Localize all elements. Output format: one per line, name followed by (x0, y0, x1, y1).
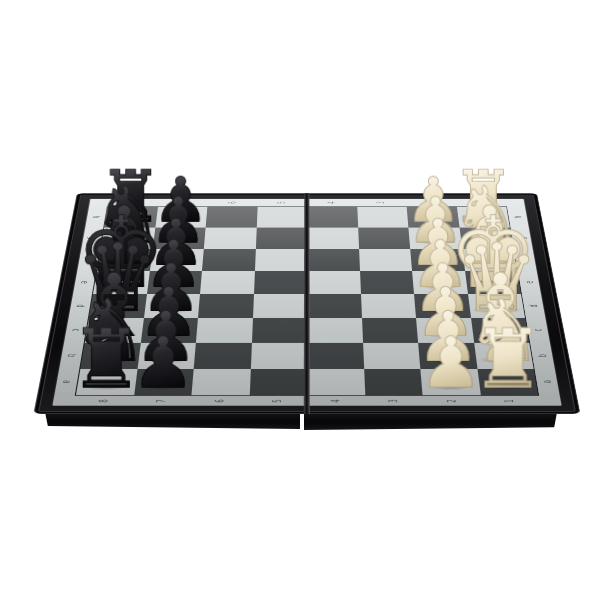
piece-shadow (484, 382, 532, 390)
piece-shadow (471, 306, 523, 313)
piece-shadow (415, 217, 451, 223)
piece-shadow (476, 331, 525, 338)
black-pawn-c7: ♟ (122, 191, 215, 336)
piece-shadow (149, 331, 189, 338)
piece-shadow (425, 331, 465, 338)
black-pawn-f7: ♟ (132, 128, 220, 265)
white-bishop-f1: ♝ (446, 128, 534, 265)
piece-shadow (467, 260, 513, 267)
piece-shadow (427, 356, 468, 364)
piece-shadow (143, 382, 185, 390)
piece-shadow (152, 306, 191, 313)
black-bishop-f8: ♝ (80, 128, 168, 265)
piece-shadow (89, 331, 138, 338)
white-pawn-c2: ♟ (399, 191, 492, 336)
white-bishop-c1: ♝ (454, 191, 547, 336)
pieces-layer: ♜♟♟♜♞♟♟♞♝♟♟♝♚♟♟♚♛♟♟♛♝♟♟♝♞♟♟♞♜♟♟♜ (33, 193, 580, 414)
piece-shadow (155, 283, 193, 290)
piece-shadow (419, 260, 457, 267)
piece-shadow (94, 283, 147, 290)
piece-shadow (467, 283, 520, 290)
white-pawn-f2: ♟ (394, 128, 482, 265)
piece-shadow (92, 306, 144, 313)
black-bishop-c8: ♝ (67, 191, 160, 336)
piece-shadow (101, 260, 147, 267)
piece-shadow (109, 217, 151, 223)
piece-shadow (423, 306, 462, 313)
piece-shadow (85, 356, 135, 364)
piece-shadow (146, 356, 187, 364)
piece-shadow (430, 382, 472, 390)
piece-shadow (462, 217, 504, 223)
piece-shadow (421, 283, 459, 290)
piece-shadow (479, 356, 529, 364)
piece-shadow (158, 260, 196, 267)
chessboard: 87654321 87654321 hgfedcba hgfedcba ♜♟♟♜… (33, 193, 580, 414)
piece-shadow (163, 217, 199, 223)
piece-shadow (82, 382, 130, 390)
product-photo-scene: 87654321 87654321 hgfedcba hgfedcba ♜♟♟♜… (0, 0, 600, 600)
